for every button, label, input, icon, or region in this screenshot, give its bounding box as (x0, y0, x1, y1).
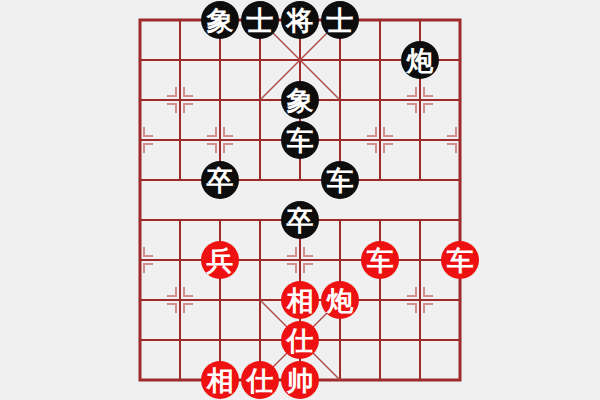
point-h9 (400, 360, 440, 400)
point-h3 (400, 120, 440, 160)
piece-red-advisor-e8[interactable]: 仕 (281, 321, 319, 359)
point-c0: 象 (200, 0, 240, 40)
piece-black-cannon-h1[interactable]: 炮 (401, 41, 439, 79)
point-d2 (240, 80, 280, 120)
point-e7: 相 (280, 280, 320, 320)
point-a5 (120, 200, 160, 240)
point-h7 (400, 280, 440, 320)
point-d7 (240, 280, 280, 320)
point-g7 (360, 280, 400, 320)
point-d0: 士 (240, 0, 280, 40)
piece-black-chariot-f4[interactable]: 车 (321, 161, 359, 199)
point-c8 (200, 320, 240, 360)
point-e5: 卒 (280, 200, 320, 240)
point-f0: 士 (320, 0, 360, 40)
piece-red-chariot-i6[interactable]: 车 (441, 241, 479, 279)
point-f4: 车 (320, 160, 360, 200)
point-h2 (400, 80, 440, 120)
point-g0 (360, 0, 400, 40)
point-a1 (120, 40, 160, 80)
point-i6: 车 (440, 240, 480, 280)
point-i1 (440, 40, 480, 80)
point-h4 (400, 160, 440, 200)
point-d6 (240, 240, 280, 280)
point-h0 (400, 0, 440, 40)
point-i5 (440, 200, 480, 240)
point-d4 (240, 160, 280, 200)
point-b8 (160, 320, 200, 360)
point-b2 (160, 80, 200, 120)
point-e4 (280, 160, 320, 200)
point-f7: 炮 (320, 280, 360, 320)
point-e8: 仕 (280, 320, 320, 360)
point-c4: 卒 (200, 160, 240, 200)
point-b5 (160, 200, 200, 240)
point-g9 (360, 360, 400, 400)
point-e1 (280, 40, 320, 80)
point-g8 (360, 320, 400, 360)
point-g2 (360, 80, 400, 120)
point-i7 (440, 280, 480, 320)
point-b3 (160, 120, 200, 160)
point-f1 (320, 40, 360, 80)
piece-red-general-e9[interactable]: 帅 (281, 361, 319, 399)
point-h6 (400, 240, 440, 280)
point-i3 (440, 120, 480, 160)
piece-black-chariot-e3[interactable]: 车 (281, 121, 319, 159)
point-a8 (120, 320, 160, 360)
point-d9: 仕 (240, 360, 280, 400)
point-g6: 车 (360, 240, 400, 280)
piece-black-general-e0[interactable]: 将 (281, 1, 319, 39)
point-a0 (120, 0, 160, 40)
point-e0: 将 (280, 0, 320, 40)
point-c9: 相 (200, 360, 240, 400)
point-f9 (320, 360, 360, 400)
point-c7 (200, 280, 240, 320)
point-g3 (360, 120, 400, 160)
point-i2 (440, 80, 480, 120)
piece-black-elephant-c0[interactable]: 象 (201, 1, 239, 39)
point-a4 (120, 160, 160, 200)
point-c3 (200, 120, 240, 160)
xiangqi-board: 象士将士炮象车卒车卒兵车车相炮仕相仕帅 (0, 0, 600, 400)
point-a7 (120, 280, 160, 320)
point-e6 (280, 240, 320, 280)
point-d8 (240, 320, 280, 360)
point-f3 (320, 120, 360, 160)
piece-black-advisor-f0[interactable]: 士 (321, 1, 359, 39)
piece-red-elephant-c9[interactable]: 相 (201, 361, 239, 399)
point-h8 (400, 320, 440, 360)
point-e9: 帅 (280, 360, 320, 400)
point-g5 (360, 200, 400, 240)
point-f5 (320, 200, 360, 240)
point-b9 (160, 360, 200, 400)
point-d5 (240, 200, 280, 240)
point-i4 (440, 160, 480, 200)
piece-red-elephant-e7[interactable]: 相 (281, 281, 319, 319)
point-c5 (200, 200, 240, 240)
point-i8 (440, 320, 480, 360)
point-h5 (400, 200, 440, 240)
piece-black-elephant-e2[interactable]: 象 (281, 81, 319, 119)
point-b1 (160, 40, 200, 80)
piece-red-advisor-d9[interactable]: 仕 (241, 361, 279, 399)
point-i9 (440, 360, 480, 400)
piece-red-cannon-f7[interactable]: 炮 (321, 281, 359, 319)
point-d1 (240, 40, 280, 80)
point-d3 (240, 120, 280, 160)
point-a3 (120, 120, 160, 160)
point-g1 (360, 40, 400, 80)
point-b6 (160, 240, 200, 280)
point-b4 (160, 160, 200, 200)
point-b7 (160, 280, 200, 320)
point-i0 (440, 0, 480, 40)
piece-red-pawn-c6[interactable]: 兵 (201, 241, 239, 279)
point-a6 (120, 240, 160, 280)
point-h1: 炮 (400, 40, 440, 80)
point-g4 (360, 160, 400, 200)
piece-black-pawn-c4[interactable]: 卒 (201, 161, 239, 199)
piece-black-pawn-e5[interactable]: 卒 (281, 201, 319, 239)
point-e3: 车 (280, 120, 320, 160)
point-f8 (320, 320, 360, 360)
point-a2 (120, 80, 160, 120)
piece-black-advisor-d0[interactable]: 士 (241, 1, 279, 39)
point-f2 (320, 80, 360, 120)
point-b0 (160, 0, 200, 40)
point-f6 (320, 240, 360, 280)
point-e2: 象 (280, 80, 320, 120)
board-intersections: 象士将士炮象车卒车卒兵车车相炮仕相仕帅 (120, 0, 480, 400)
point-c1 (200, 40, 240, 80)
piece-red-chariot-g6[interactable]: 车 (361, 241, 399, 279)
point-a9 (120, 360, 160, 400)
point-c6: 兵 (200, 240, 240, 280)
point-c2 (200, 80, 240, 120)
